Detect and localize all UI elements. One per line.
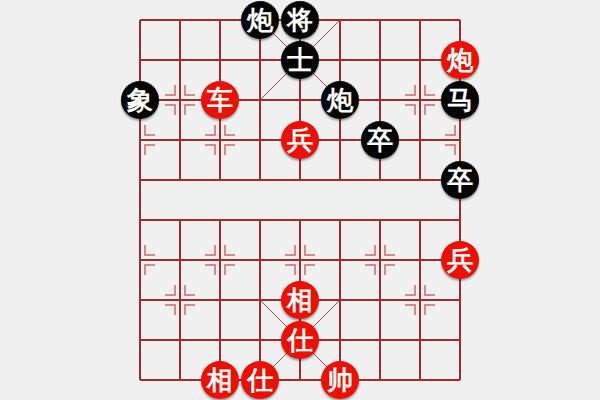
red-advisor[interactable]: 仕 [241, 361, 279, 399]
red-advisor[interactable]: 仕 [281, 321, 319, 359]
red-cannon[interactable]: 炮 [441, 41, 479, 79]
black-advisor[interactable]: 士 [281, 41, 319, 79]
red-general[interactable]: 帅 [321, 361, 359, 399]
black-soldier[interactable]: 卒 [361, 121, 399, 159]
black-general[interactable]: 将 [281, 1, 319, 39]
black-cannon[interactable]: 炮 [241, 1, 279, 39]
black-cannon[interactable]: 炮 [321, 81, 359, 119]
black-elephant[interactable]: 象 [121, 81, 159, 119]
black-horse[interactable]: 马 [441, 81, 479, 119]
red-chariot[interactable]: 车 [201, 81, 239, 119]
red-soldier[interactable]: 兵 [441, 241, 479, 279]
red-elephant[interactable]: 相 [281, 281, 319, 319]
black-soldier[interactable]: 卒 [441, 161, 479, 199]
pieces-layer: 炮将士象炮马卒卒炮车兵兵相仕相仕帅 [120, 0, 480, 400]
red-elephant[interactable]: 相 [201, 361, 239, 399]
red-soldier[interactable]: 兵 [281, 121, 319, 159]
xiangqi-board-screen: 炮将士象炮马卒卒炮车兵兵相仕相仕帅 [0, 0, 600, 400]
